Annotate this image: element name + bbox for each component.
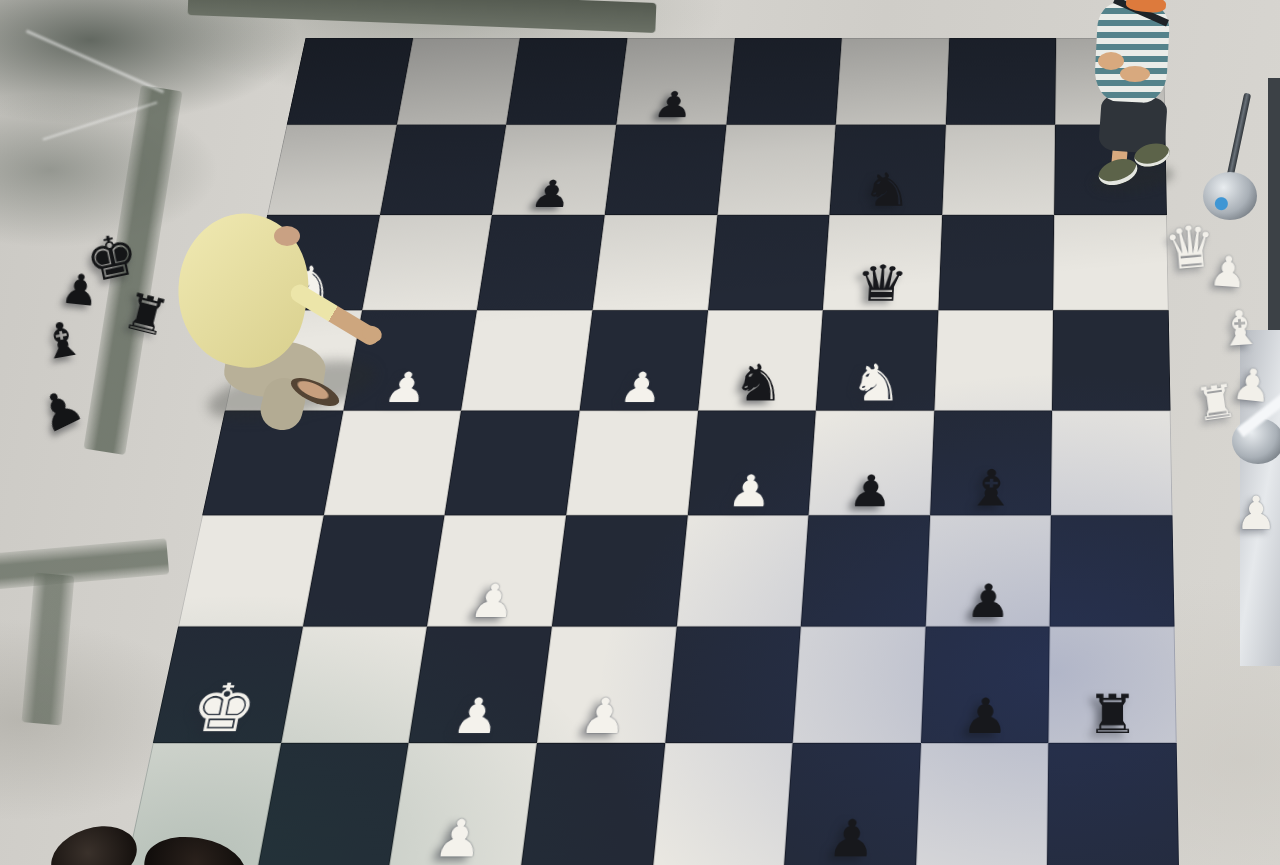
square-d8: ♟ <box>616 38 734 124</box>
black-queen-f6: ♛ <box>823 259 940 309</box>
square-d2: ♟ <box>537 626 677 743</box>
black-knight-f7: ♞ <box>830 168 944 214</box>
square-a8 <box>287 38 413 124</box>
square-h4 <box>1051 410 1172 515</box>
square-f4: ♟ <box>809 410 935 515</box>
square-c8 <box>506 38 627 124</box>
square-h6 <box>1053 215 1168 310</box>
black-pawn-d8: ♟ <box>616 87 729 123</box>
black-pawn-g3: ♟ <box>926 578 1051 624</box>
square-h3 <box>1050 515 1175 626</box>
square-e2 <box>665 626 801 743</box>
square-c1: ♟ <box>389 743 537 865</box>
square-d7 <box>605 124 726 215</box>
child-arm <box>1098 52 1124 70</box>
board-perspective-wrapper: ♟♟♞♞♛♟♟♞♞♟♟♝♟♟♚♟♟♟♜♟♟ <box>0 0 1280 865</box>
square-f5: ♞ <box>816 310 938 410</box>
square-g4: ♝ <box>930 410 1052 515</box>
black-pawn-f4: ♟ <box>809 470 932 514</box>
square-f1: ♟ <box>784 743 921 865</box>
square-c2: ♟ <box>409 626 552 743</box>
captured-white-bishop: ♝ <box>1217 302 1263 353</box>
square-a2: ♚ <box>153 626 303 743</box>
square-d1 <box>521 743 665 865</box>
square-b3 <box>303 515 445 626</box>
square-e1 <box>653 743 793 865</box>
square-f6: ♛ <box>823 215 942 310</box>
square-e4: ♟ <box>687 410 816 515</box>
square-c7: ♟ <box>492 124 616 215</box>
black-knight-e5: ♞ <box>698 358 820 409</box>
square-e8 <box>726 38 842 124</box>
square-e5: ♞ <box>698 310 823 410</box>
square-f8 <box>836 38 949 124</box>
square-d4 <box>566 410 698 515</box>
square-g3: ♟ <box>925 515 1051 626</box>
child-arm <box>1120 66 1150 82</box>
square-d5: ♟ <box>580 310 708 410</box>
square-g8 <box>946 38 1057 124</box>
square-h5 <box>1052 310 1170 410</box>
square-c5 <box>461 310 592 410</box>
chess-board: ♟♟♞♞♛♟♟♞♞♟♟♝♟♟♚♟♟♟♜♟♟ <box>126 38 1179 865</box>
captured-white-rook: ♜ <box>1192 377 1239 428</box>
giant-chess-scene: ♟♟♞♞♛♟♟♞♞♟♟♝♟♟♚♟♟♟♜♟♟ ♚♟♜♝♟♛♟♝♟♜♟ <box>0 0 1280 865</box>
square-g1 <box>916 743 1049 865</box>
white-pawn-c2: ♟ <box>409 693 543 742</box>
square-g5 <box>934 310 1053 410</box>
white-knight-f5: ♞ <box>816 358 936 409</box>
square-b8 <box>397 38 520 124</box>
square-f2 <box>793 626 926 743</box>
captured-black-pawn: ♟ <box>59 268 101 314</box>
black-pawn-g2: ♟ <box>921 693 1049 742</box>
square-b1 <box>258 743 409 865</box>
captured-white-pawn: ♟ <box>1235 490 1276 536</box>
square-e7 <box>717 124 836 215</box>
captured-black-bishop: ♝ <box>37 312 88 367</box>
square-d6 <box>592 215 717 310</box>
square-b2 <box>281 626 427 743</box>
square-f3 <box>801 515 930 626</box>
square-g6 <box>938 215 1054 310</box>
black-pawn-c7: ♟ <box>492 176 609 214</box>
white-king-a2: ♚ <box>153 675 293 742</box>
square-f7: ♞ <box>830 124 946 215</box>
square-h1 <box>1047 743 1179 865</box>
white-pawn-d5: ♟ <box>580 367 702 409</box>
square-h2: ♜ <box>1049 626 1177 743</box>
white-pawn-c1: ♟ <box>390 814 528 865</box>
square-c3: ♟ <box>427 515 566 626</box>
railing-dark-edge <box>1268 78 1280 340</box>
square-g7 <box>942 124 1055 215</box>
square-e6 <box>708 215 830 310</box>
white-pawn-e4: ♟ <box>687 470 811 514</box>
square-g2: ♟ <box>921 626 1050 743</box>
white-pawn-d2: ♟ <box>537 693 670 742</box>
white-pawn-c3: ♟ <box>427 578 557 624</box>
square-d3 <box>552 515 688 626</box>
square-a3 <box>178 515 323 626</box>
black-rook-h2: ♜ <box>1049 687 1177 741</box>
square-e3 <box>676 515 808 626</box>
black-pawn-f1: ♟ <box>784 814 918 865</box>
square-c4 <box>445 410 580 515</box>
black-bishop-g4: ♝ <box>930 464 1052 514</box>
square-c6 <box>477 215 604 310</box>
square-b4 <box>323 410 461 515</box>
square-b6 <box>362 215 492 310</box>
square-b7 <box>380 124 507 215</box>
captured-white-pawn: ♟ <box>1208 250 1248 295</box>
